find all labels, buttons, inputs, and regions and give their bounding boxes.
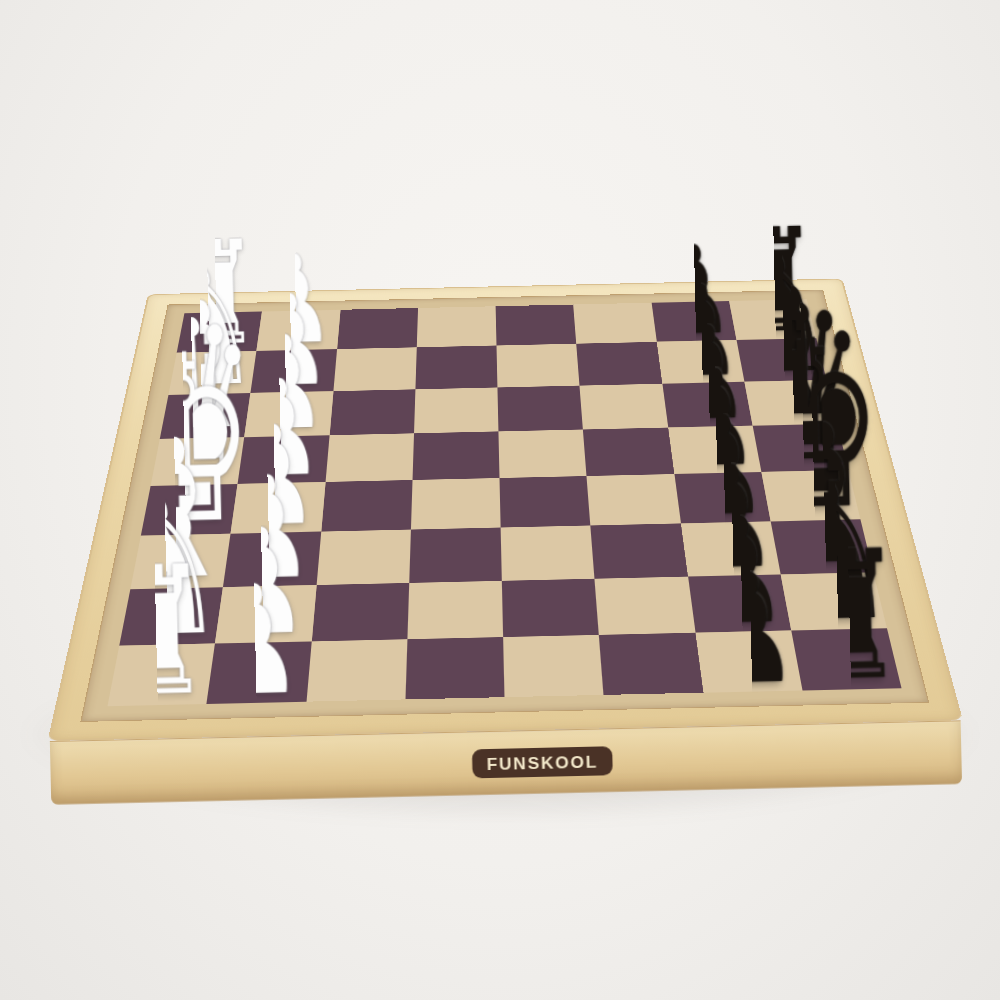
square-c8: ♝ [744, 380, 837, 426]
square-b1: ♞ [168, 351, 256, 395]
square-d5 [498, 429, 586, 478]
piece-white-pawn: ♟ [295, 252, 297, 349]
square-g8: ♞ [780, 572, 887, 630]
piece-white-rook: ♜ [214, 237, 217, 351]
square-c7: ♟ [662, 382, 753, 428]
board-sheet-margin: ♜♟♟♜♞♟♟♞♝♟♟♝♛♟♟♛♚♟♟♚♝♟♟♝♞♟♟♞♜♟♟♜ [82, 290, 928, 721]
square-e5 [500, 476, 591, 528]
square-c2: ♟ [244, 391, 333, 437]
square-h3 [306, 639, 407, 702]
square-h8: ♜ [791, 628, 902, 690]
funskool-logo: FUNSKOOL [472, 746, 612, 778]
square-g6 [595, 576, 695, 634]
square-g2: ♟ [215, 585, 316, 644]
square-e3 [321, 480, 413, 532]
square-a4 [417, 306, 497, 347]
square-f5 [501, 526, 595, 581]
square-h7: ♟ [695, 630, 802, 692]
square-d4 [412, 431, 499, 480]
square-d6 [583, 427, 674, 476]
square-a5 [496, 304, 577, 345]
square-h2: ♟ [207, 641, 312, 704]
square-b8: ♞ [736, 338, 826, 381]
scene-tilt: FUNSKOOL ♜♟♟♜♞♟♟♞♝♟♟♝♛♟♟♛♚♟♟♚♝♟♟♝♞♟♟♞♜♟♟… [0, 0, 1000, 1000]
square-e8: ♚ [761, 470, 860, 521]
board-grid: ♜♟♟♜♞♟♟♞♝♟♟♝♛♟♟♛♚♟♟♚♝♟♟♝♞♟♟♞♜♟♟♜ [107, 299, 901, 706]
square-b3 [333, 347, 417, 391]
frame-front-edge: FUNSKOOL [50, 720, 962, 804]
square-c4 [414, 387, 499, 433]
square-f4 [409, 528, 502, 583]
square-f6 [591, 524, 688, 579]
square-f1: ♝ [130, 534, 230, 589]
piece-black-rook: ♜ [774, 224, 777, 338]
square-d2: ♟ [238, 435, 329, 484]
square-a7: ♟ [651, 301, 736, 342]
square-f8: ♝ [770, 519, 873, 574]
square-g1: ♞ [119, 587, 223, 646]
square-g5 [502, 578, 599, 636]
square-f7: ♟ [681, 522, 781, 577]
square-h1: ♜ [107, 643, 215, 706]
square-c3 [329, 389, 415, 435]
square-g7: ♟ [688, 574, 791, 632]
square-c5 [497, 385, 583, 431]
square-a3 [337, 308, 418, 349]
square-b6 [576, 342, 661, 385]
square-d3 [325, 433, 414, 482]
square-a8: ♜ [729, 299, 816, 340]
square-c6 [580, 383, 668, 429]
piece-black-pawn: ♟ [694, 243, 696, 340]
square-h6 [599, 633, 703, 695]
square-b4 [415, 346, 497, 389]
square-g4 [407, 581, 503, 640]
square-d8: ♛ [752, 424, 848, 472]
square-d1: ♛ [151, 437, 245, 486]
funskool-logo-text: FUNSKOOL [486, 751, 598, 773]
square-b7: ♟ [656, 340, 744, 383]
square-e2: ♟ [231, 482, 325, 534]
square-b5 [496, 344, 579, 387]
square-a2: ♟ [257, 310, 340, 351]
square-f2: ♟ [223, 532, 320, 587]
wooden-board-frame: FUNSKOOL ♜♟♟♜♞♟♟♞♝♟♟♝♛♟♟♛♚♟♟♚♝♟♟♝♞♟♟♞♜♟♟… [48, 278, 963, 741]
square-a1: ♜ [177, 312, 263, 353]
square-d7: ♟ [668, 426, 761, 475]
square-a6 [573, 303, 656, 344]
square-c1: ♝ [160, 393, 251, 439]
product-photo: FUNSKOOL ♜♟♟♜♞♟♟♞♝♟♟♝♛♟♟♛♚♟♟♚♝♟♟♝♞♟♟♞♜♟♟… [0, 0, 1000, 1000]
square-e4 [411, 478, 501, 530]
square-e7: ♟ [674, 472, 771, 524]
square-b2: ♟ [251, 349, 337, 393]
square-g3 [311, 583, 409, 642]
square-h4 [405, 637, 504, 700]
square-e6 [587, 474, 681, 526]
square-f3 [316, 530, 411, 585]
square-e1: ♚ [141, 484, 238, 536]
square-h5 [503, 635, 604, 697]
